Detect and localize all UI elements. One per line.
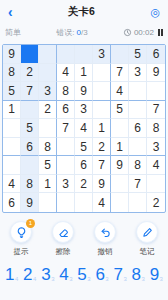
number-pad: 142433435363738393 [0,266,168,283]
cell-r9c7[interactable] [111,193,129,212]
cell-r6c7[interactable]: 1 [111,138,129,157]
numpad-remaining-count: 3 [51,276,54,282]
cell-r7c3[interactable]: 5 [39,156,57,175]
cell-r8c4[interactable]: 3 [57,175,75,194]
cell-r4c1[interactable]: 1 [3,101,21,120]
numpad-key-5[interactable]: 53 [77,266,90,283]
numpad-key-9[interactable]: 93 [150,266,163,283]
cell-r3c6[interactable] [93,82,111,101]
cell-r5c8[interactable]: 6 [129,119,147,138]
cell-r5c1[interactable] [3,119,21,138]
cell-r7c5[interactable]: 6 [75,156,93,175]
cell-r9c4[interactable] [57,193,75,212]
cell-r5c4[interactable]: 7 [57,119,75,138]
errors-counter: 错误: 0/3 [56,27,88,38]
cell-r3c1[interactable]: 5 [3,82,21,101]
cell-r1c5[interactable] [75,45,93,64]
cell-r1c8[interactable]: 5 [129,45,147,64]
hint-button[interactable]: 1 提示 [0,221,42,257]
numpad-digit: 9 [150,266,159,283]
cell-r1c1[interactable]: 9 [3,45,21,64]
cell-r8c6[interactable]: 9 [93,175,111,194]
cell-r9c1[interactable]: 6 [3,193,21,212]
numpad-key-6[interactable]: 63 [95,266,108,283]
cell-r3c4[interactable]: 8 [57,82,75,101]
cell-r8c1[interactable]: 4 [3,175,21,194]
cell-r7c7[interactable]: 9 [111,156,129,175]
cell-r6c8[interactable] [129,138,147,157]
hint-label: 提示 [14,247,29,257]
numpad-digit: 3 [41,266,50,283]
cell-r6c4[interactable] [57,138,75,157]
undo-label: 撤销 [98,247,113,257]
numpad-digit: 8 [132,266,141,283]
cell-r9c3[interactable] [39,193,57,212]
cell-r4c7[interactable]: 5 [111,101,129,120]
cell-r3c5[interactable]: 9 [75,82,93,101]
eraser-icon [57,226,70,239]
cell-r1c7[interactable] [111,45,129,64]
numpad-remaining-count: 3 [142,276,145,282]
numpad-key-7[interactable]: 73 [113,266,126,283]
numpad-remaining-count: 3 [160,276,163,282]
cell-r8c5[interactable]: 2 [75,175,93,194]
cell-r1c9[interactable]: 6 [147,45,165,64]
numpad-remaining-count: 4 [15,276,18,282]
cell-r5c7[interactable] [111,119,129,138]
cell-r9c6[interactable]: 4 [93,193,111,212]
clock-icon [123,28,132,37]
cell-r6c2[interactable]: 6 [21,138,39,157]
cell-r1c4[interactable] [57,45,75,64]
header: ‹ 关卡6 ◎ [0,0,168,22]
cell-r8c9[interactable] [147,175,165,194]
erase-label: 擦除 [56,247,71,257]
numpad-digit: 2 [23,266,32,283]
cell-r2c7[interactable]: 7 [111,64,129,83]
timer-value: 00:02 [134,28,154,37]
cell-r6c1[interactable] [3,138,21,157]
cell-r2c3[interactable] [39,64,57,83]
difficulty-label: 简单 [5,27,21,38]
numpad-key-2[interactable]: 24 [23,266,36,283]
notes-label: 笔记 [140,247,155,257]
cell-r1c3[interactable] [39,45,57,64]
numpad-remaining-count: 3 [69,276,72,282]
numpad-remaining-count: 3 [87,276,90,282]
erase-button[interactable]: 擦除 [42,221,84,257]
cell-r3c8[interactable] [129,82,147,101]
hint-badge: 1 [26,219,35,228]
cell-r8c2[interactable]: 8 [21,175,39,194]
cell-r5c6[interactable]: 1 [93,119,111,138]
cell-r9c2[interactable]: 9 [21,193,39,212]
cell-r9c5[interactable] [75,193,93,212]
cell-r7c9[interactable]: 4 [147,156,165,175]
cell-r7c6[interactable]: 7 [93,156,111,175]
lightbulb-icon [15,226,28,239]
pencil-icon [141,226,154,239]
cell-r4c2[interactable] [21,101,39,120]
numpad-key-3[interactable]: 33 [41,266,54,283]
cell-r3c3[interactable]: 3 [39,82,57,101]
cell-r2c2[interactable]: 2 [21,64,39,83]
cell-r4c4[interactable]: 6 [57,101,75,120]
cell-r3c7[interactable]: 4 [111,82,129,101]
numpad-digit: 7 [113,266,122,283]
numpad-key-4[interactable]: 43 [59,266,72,283]
cell-r4c9[interactable]: 7 [147,101,165,120]
toolbar: 1 提示 擦除 撤销 笔记 [0,221,168,257]
cell-r7c8[interactable]: 8 [129,156,147,175]
sudoku-board: 9356824173957389412635757416868521356798… [2,44,166,213]
cell-r4c8[interactable] [129,101,147,120]
numpad-digit: 1 [5,266,14,283]
numpad-key-1[interactable]: 14 [5,266,18,283]
cell-r2c9[interactable]: 9 [147,64,165,83]
status-bar: 简单 错误: 0/3 00:02 [0,24,168,40]
page-title: 关卡6 [68,5,95,19]
cell-r2c6[interactable] [93,64,111,83]
cell-r6c9[interactable]: 3 [147,138,165,157]
cell-r4c6[interactable] [93,101,111,120]
cell-r8c7[interactable] [111,175,129,194]
cell-r2c8[interactable]: 3 [129,64,147,83]
undo-arrow-icon [99,226,112,239]
cell-r7c2[interactable] [21,156,39,175]
cell-r5c5[interactable]: 4 [75,119,93,138]
cell-r5c3[interactable] [39,119,57,138]
numpad-key-8[interactable]: 83 [132,266,145,283]
cell-r4c3[interactable]: 2 [39,101,57,120]
timer: 00:02 [123,28,163,37]
undo-button[interactable]: 撤销 [84,221,126,257]
back-icon[interactable]: ‹ [8,5,13,19]
cell-r7c4[interactable] [57,156,75,175]
cell-r2c1[interactable]: 8 [3,64,21,83]
numpad-remaining-count: 4 [33,276,36,282]
cell-r9c9[interactable]: 2 [147,193,165,212]
settings-icon[interactable]: ◎ [150,7,160,18]
cell-r1c2[interactable] [21,45,39,64]
cell-r3c9[interactable] [147,82,165,101]
pause-button[interactable] [158,29,163,36]
cell-r7c1[interactable] [3,156,21,175]
cell-r3c2[interactable]: 7 [21,82,39,101]
cell-r6c6[interactable]: 2 [93,138,111,157]
notes-button[interactable]: 笔记 [126,221,168,257]
cell-r8c3[interactable]: 1 [39,175,57,194]
cell-r4c5[interactable]: 3 [75,101,93,120]
cell-r5c9[interactable]: 8 [147,119,165,138]
cell-r2c5[interactable]: 1 [75,64,93,83]
numpad-digit: 4 [59,266,68,283]
cell-r6c5[interactable]: 5 [75,138,93,157]
cell-r8c8[interactable]: 7 [129,175,147,194]
cell-r5c2[interactable]: 5 [21,119,39,138]
cell-r9c8[interactable] [129,193,147,212]
numpad-remaining-count: 3 [105,276,108,282]
numpad-remaining-count: 3 [123,276,126,282]
numpad-digit: 5 [77,266,86,283]
cell-r6c3[interactable]: 8 [39,138,57,157]
cell-r2c4[interactable]: 4 [57,64,75,83]
numpad-digit: 6 [95,266,104,283]
cell-r1c6[interactable]: 3 [93,45,111,64]
